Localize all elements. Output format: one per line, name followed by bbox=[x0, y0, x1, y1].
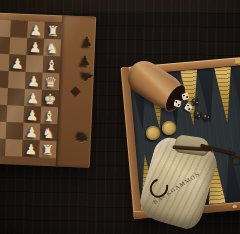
square: ♜ bbox=[39, 141, 57, 159]
square: ♛ bbox=[42, 73, 60, 91]
chess-board: ♟♜♟♞♟♝♟♛♟♚♟♝♟♞♟♜ bbox=[0, 17, 62, 159]
square bbox=[7, 88, 25, 106]
white-piece: ♟ bbox=[25, 124, 38, 139]
ebony-die bbox=[191, 97, 199, 105]
gold-point bbox=[214, 66, 236, 123]
white-piece: ♟ bbox=[26, 107, 39, 122]
white-piece: ♟ bbox=[27, 74, 40, 89]
square: ♟ bbox=[9, 54, 27, 72]
bone-die bbox=[173, 99, 181, 107]
white-piece: ♟ bbox=[24, 141, 37, 156]
boxwood-checker bbox=[162, 121, 176, 135]
white-piece: ♟ bbox=[11, 56, 24, 71]
square: ♟ bbox=[26, 38, 44, 56]
white-piece: ♟ bbox=[27, 90, 40, 105]
white-piece: ♛ bbox=[44, 74, 57, 89]
square: ♟ bbox=[25, 72, 43, 90]
square: ♟ bbox=[24, 89, 42, 107]
white-piece: ♟ bbox=[29, 40, 42, 55]
square bbox=[10, 20, 28, 38]
white-piece: ♞ bbox=[42, 125, 55, 140]
off-board-black-pawn-lying: ♟ bbox=[80, 69, 95, 83]
square: ♟ bbox=[23, 123, 41, 141]
square: ♟ bbox=[27, 21, 45, 39]
white-piece: ♝ bbox=[43, 108, 56, 123]
white-piece: ♜ bbox=[46, 23, 59, 38]
square: ♝ bbox=[41, 107, 59, 125]
square: ♟ bbox=[24, 106, 42, 124]
white-piece: ♜ bbox=[41, 142, 54, 157]
square bbox=[8, 71, 26, 89]
square bbox=[7, 105, 25, 123]
square: ♞ bbox=[43, 39, 61, 57]
leather-lace-loop bbox=[231, 156, 240, 166]
dark-point bbox=[231, 65, 240, 122]
white-piece: ♞ bbox=[46, 40, 59, 55]
square: ♚ bbox=[41, 90, 59, 108]
square bbox=[5, 139, 23, 157]
square: ♞ bbox=[40, 124, 58, 142]
scene-photo: ♟♜♟♞♟♝♟♛♟♚♟♝♟♞♟♜ ♟ ♟ ♟ ♞ BACKGAM bbox=[0, 0, 240, 234]
white-piece: ♚ bbox=[44, 91, 57, 106]
square bbox=[26, 55, 44, 73]
diamond-inlay-icon bbox=[70, 87, 80, 97]
off-board-black-pawn: ♟ bbox=[81, 35, 93, 48]
square bbox=[6, 122, 24, 140]
off-board-black-pawn: ♟ bbox=[79, 54, 91, 67]
square: ♝ bbox=[43, 56, 61, 74]
white-piece: ♟ bbox=[30, 23, 43, 38]
square: ♟ bbox=[22, 140, 40, 158]
brass-corner-bracket bbox=[234, 58, 240, 65]
square: ♜ bbox=[44, 22, 62, 40]
white-piece: ♝ bbox=[45, 57, 58, 72]
boxwood-checker bbox=[146, 126, 160, 140]
square bbox=[10, 37, 28, 55]
